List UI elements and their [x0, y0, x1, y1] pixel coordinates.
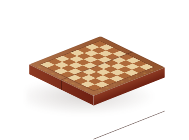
rank-label-6: 6	[52, 73, 56, 75]
rank-label-2: 2	[78, 86, 82, 88]
file-label-a: a	[98, 89, 102, 91]
piece-black-pawn-b7[interactable]: ♟	[55, 63, 69, 65]
hinge-seam-edge	[61, 79, 62, 89]
file-label-g: g	[143, 72, 147, 74]
piece-black-knight-g8[interactable]: ♞	[85, 44, 99, 46]
piece-white-rook-h1[interactable]: ♜	[139, 65, 153, 67]
piece-black-pawn-a7[interactable]: ♟	[47, 66, 61, 68]
piece-black-queen-d8[interactable]: ♛	[63, 53, 77, 56]
rank-label-3: 3	[72, 83, 76, 85]
piece-black-pawn-c7[interactable]: ♟	[62, 60, 76, 62]
piece-black-pawn-d7[interactable]: ♟	[69, 57, 83, 59]
piece-white-pawn-g2[interactable]: ♟	[125, 65, 139, 67]
piece-black-rook-h8[interactable]: ♜	[92, 42, 106, 44]
chess-set-photo: abcdefgh87654321 ♜♞♝♛♚♝♞♜♟♟♟♟♟♟♟♟♟♟♟♟♟♟♟…	[0, 0, 189, 140]
rank-label-1: 1	[85, 89, 89, 91]
piece-black-rook-a8[interactable]: ♜	[40, 62, 54, 64]
rank-label-8: 8	[38, 66, 42, 68]
file-label-b: b	[106, 86, 110, 88]
file-label-d: d	[120, 81, 124, 83]
rank-label-5: 5	[58, 76, 62, 78]
rank-label-4: 4	[65, 79, 69, 81]
file-label-c: c	[113, 84, 117, 86]
piece-black-pawn-f7[interactable]: ♟	[84, 51, 98, 53]
rank-label-7: 7	[45, 70, 49, 72]
file-label-f: f	[135, 75, 138, 76]
file-label-e: e	[128, 78, 132, 80]
piece-black-pawn-h7[interactable]: ♟	[99, 45, 113, 47]
piece-black-pawn-g7[interactable]: ♟	[92, 48, 106, 50]
piece-black-pawn-e7[interactable]: ♟	[77, 54, 91, 56]
piece-black-knight-b8[interactable]: ♞	[48, 59, 62, 61]
file-label-h: h	[150, 69, 154, 71]
piece-black-bishop-c8[interactable]: ♝	[55, 56, 69, 58]
piece-white-pawn-h2[interactable]: ♟	[133, 62, 147, 64]
